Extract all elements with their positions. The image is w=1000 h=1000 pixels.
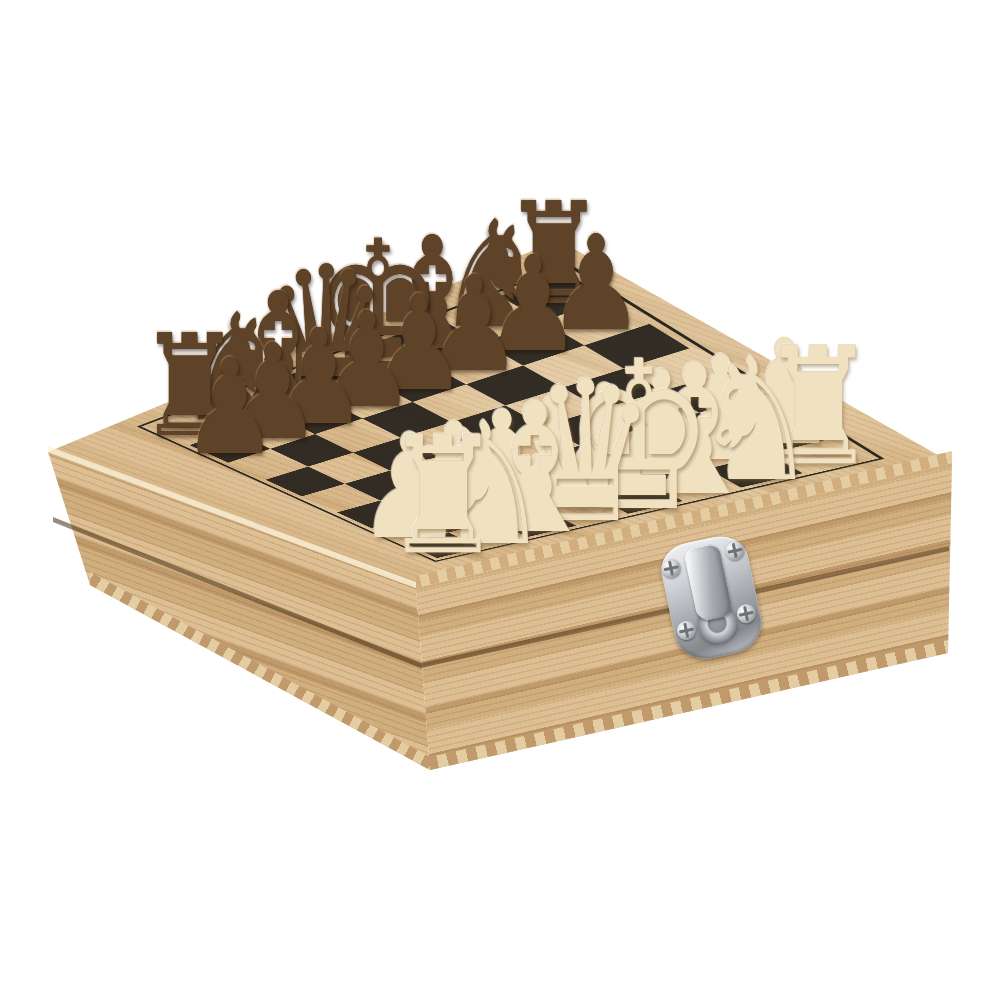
product-photo-scene: ♜♞♝♚♛♝♞♜♟♟♟♟♟♟♟♟♟♟♟♟♟♟♟♜♟♞♝♛♚♝♞♜	[0, 0, 1000, 1000]
black-pawn-a7[interactable]: ♟	[181, 342, 278, 473]
white-rook-a1[interactable]: ♜	[383, 416, 502, 578]
